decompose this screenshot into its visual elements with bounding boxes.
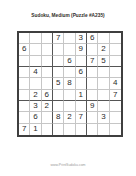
cell-r5c5[interactable]: 8 bbox=[64, 78, 75, 89]
cell-r9c2[interactable]: 1 bbox=[30, 124, 41, 135]
cell-r6c9[interactable]: 7 bbox=[110, 90, 121, 101]
cell-r9c6[interactable] bbox=[76, 124, 87, 135]
cell-r3c7[interactable]: 7 bbox=[87, 56, 98, 67]
cell-r7c8[interactable] bbox=[98, 101, 109, 112]
cell-r1c3[interactable] bbox=[42, 33, 53, 44]
cell-r7c2[interactable]: 3 bbox=[30, 101, 41, 112]
cell-r8c4[interactable]: 8 bbox=[53, 112, 64, 123]
sudoku-board: 7366926754658426173296827371 bbox=[17, 31, 123, 137]
cell-r7c3[interactable]: 2 bbox=[42, 101, 53, 112]
cell-r1c8[interactable] bbox=[98, 33, 109, 44]
cell-r2c2[interactable] bbox=[30, 44, 41, 55]
cell-r8c3[interactable] bbox=[42, 112, 53, 123]
cell-r6c4[interactable] bbox=[53, 90, 64, 101]
cell-r1c5[interactable] bbox=[64, 33, 75, 44]
cell-r8c6[interactable]: 7 bbox=[76, 112, 87, 123]
cell-r3c2[interactable] bbox=[30, 56, 41, 67]
cell-r4c5[interactable] bbox=[64, 67, 75, 78]
cell-r1c6[interactable]: 3 bbox=[76, 33, 87, 44]
cell-r4c7[interactable] bbox=[87, 67, 98, 78]
cell-r8c1[interactable] bbox=[19, 112, 30, 123]
cell-r5c1[interactable] bbox=[19, 78, 30, 89]
cell-r8c8[interactable]: 3 bbox=[98, 112, 109, 123]
cell-r8c2[interactable]: 6 bbox=[30, 112, 41, 123]
cell-r4c2[interactable]: 4 bbox=[30, 67, 41, 78]
cell-r2c1[interactable]: 6 bbox=[19, 44, 30, 55]
cell-r2c7[interactable] bbox=[87, 44, 98, 55]
cell-r5c4[interactable]: 5 bbox=[53, 78, 64, 89]
cell-r5c9[interactable]: 4 bbox=[110, 78, 121, 89]
cell-r4c6[interactable]: 6 bbox=[76, 67, 87, 78]
cell-r4c8[interactable] bbox=[98, 67, 109, 78]
cell-r5c8[interactable] bbox=[98, 78, 109, 89]
cell-r2c4[interactable] bbox=[53, 44, 64, 55]
cell-r3c8[interactable]: 5 bbox=[98, 56, 109, 67]
cell-r1c1[interactable] bbox=[19, 33, 30, 44]
cell-r5c7[interactable] bbox=[87, 78, 98, 89]
cell-r8c5[interactable]: 2 bbox=[64, 112, 75, 123]
cell-r5c3[interactable] bbox=[42, 78, 53, 89]
cell-r8c9[interactable] bbox=[110, 112, 121, 123]
cell-r3c6[interactable] bbox=[76, 56, 87, 67]
cell-r2c8[interactable]: 2 bbox=[98, 44, 109, 55]
cell-r6c7[interactable] bbox=[87, 90, 98, 101]
cell-r9c1[interactable]: 7 bbox=[19, 124, 30, 135]
cell-r9c7[interactable] bbox=[87, 124, 98, 135]
cell-r3c4[interactable] bbox=[53, 56, 64, 67]
cell-r4c9[interactable] bbox=[110, 67, 121, 78]
cell-r2c5[interactable] bbox=[64, 44, 75, 55]
page-title: Sudoku, Medium (Puzzle #A235) bbox=[35, 13, 100, 17]
cell-r7c6[interactable] bbox=[76, 101, 87, 112]
cell-r6c3[interactable]: 6 bbox=[42, 90, 53, 101]
cell-r3c5[interactable]: 6 bbox=[64, 56, 75, 67]
cell-r7c5[interactable] bbox=[64, 101, 75, 112]
cell-r9c5[interactable] bbox=[64, 124, 75, 135]
cell-r7c7[interactable]: 9 bbox=[87, 101, 98, 112]
cell-r2c6[interactable]: 9 bbox=[76, 44, 87, 55]
cell-r9c3[interactable] bbox=[42, 124, 53, 135]
cell-r5c2[interactable] bbox=[30, 78, 41, 89]
cell-r7c9[interactable] bbox=[110, 101, 121, 112]
footer-url: www.PrintSudoku.com bbox=[44, 164, 92, 166]
cell-r7c1[interactable] bbox=[19, 101, 30, 112]
cell-r6c8[interactable] bbox=[98, 90, 109, 101]
cell-r3c3[interactable] bbox=[42, 56, 53, 67]
cell-r6c5[interactable] bbox=[64, 90, 75, 101]
cell-r5c6[interactable] bbox=[76, 78, 87, 89]
cell-r2c9[interactable] bbox=[110, 44, 121, 55]
cell-r1c4[interactable]: 7 bbox=[53, 33, 64, 44]
cell-r3c1[interactable] bbox=[19, 56, 30, 67]
cell-r8c7[interactable] bbox=[87, 112, 98, 123]
cell-r2c3[interactable] bbox=[42, 44, 53, 55]
cell-r4c1[interactable] bbox=[19, 67, 30, 78]
cell-r6c1[interactable] bbox=[19, 90, 30, 101]
cell-r3c9[interactable] bbox=[110, 56, 121, 67]
cell-r1c9[interactable] bbox=[110, 33, 121, 44]
cell-r4c4[interactable] bbox=[53, 67, 64, 78]
cell-r4c3[interactable] bbox=[42, 67, 53, 78]
cell-r9c9[interactable] bbox=[110, 124, 121, 135]
cell-r9c8[interactable] bbox=[98, 124, 109, 135]
cell-r6c6[interactable]: 1 bbox=[76, 90, 87, 101]
cell-r9c4[interactable] bbox=[53, 124, 64, 135]
cell-r1c2[interactable] bbox=[30, 33, 41, 44]
cell-r6c2[interactable]: 2 bbox=[30, 90, 41, 101]
cell-r1c7[interactable]: 6 bbox=[87, 33, 98, 44]
cell-r7c4[interactable] bbox=[53, 101, 64, 112]
